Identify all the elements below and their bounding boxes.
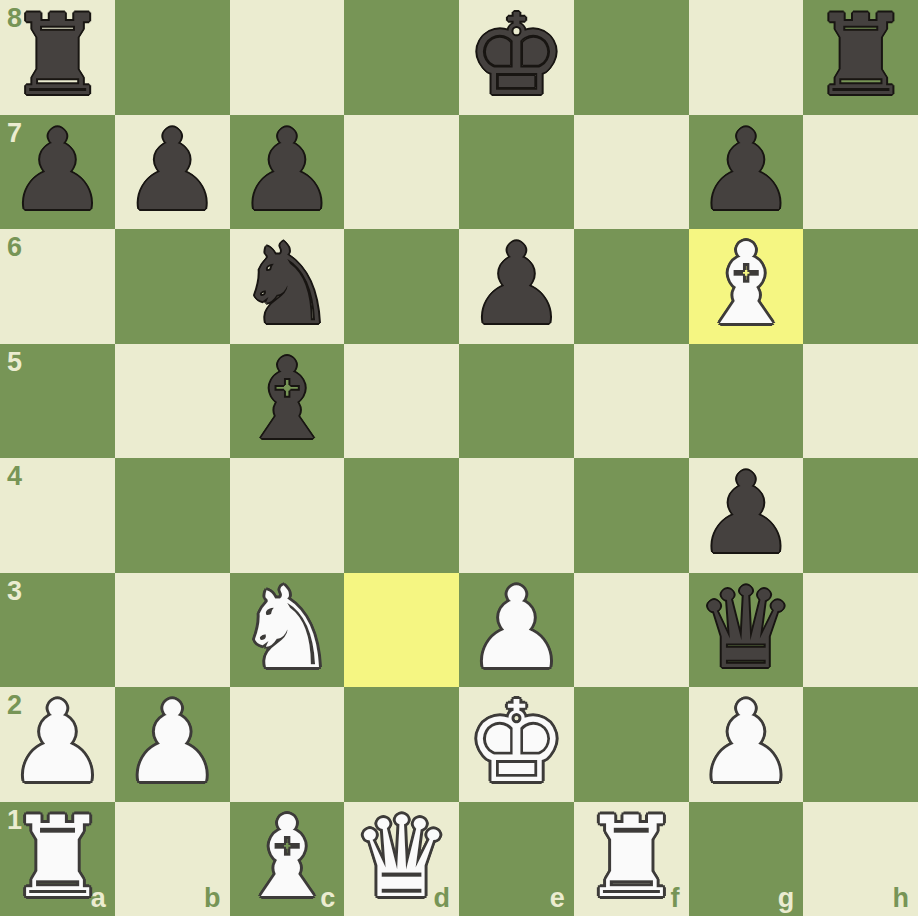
- square-g1[interactable]: g: [689, 802, 804, 916]
- square-d5[interactable]: [344, 344, 459, 459]
- square-a1[interactable]: 1a♜: [0, 802, 115, 916]
- square-b2[interactable]: ♟: [115, 687, 230, 802]
- square-b6[interactable]: [115, 229, 230, 344]
- square-e7[interactable]: [459, 115, 574, 230]
- square-h2[interactable]: [803, 687, 918, 802]
- square-a3[interactable]: 3: [0, 573, 115, 688]
- white-knight-c3[interactable]: ♞: [237, 572, 337, 684]
- square-a8[interactable]: 8♜: [0, 0, 115, 115]
- square-c7[interactable]: ♟: [230, 115, 345, 230]
- black-pawn-a7[interactable]: ♟: [7, 114, 107, 226]
- black-pawn-g7[interactable]: ♟: [696, 114, 796, 226]
- rank-label-6: 6: [7, 234, 22, 261]
- square-h3[interactable]: [803, 573, 918, 688]
- square-g8[interactable]: [689, 0, 804, 115]
- black-pawn-g4[interactable]: ♟: [696, 457, 796, 569]
- square-d7[interactable]: [344, 115, 459, 230]
- black-knight-c6[interactable]: ♞: [237, 228, 337, 340]
- black-queen-g3[interactable]: ♛: [696, 572, 796, 684]
- square-c5[interactable]: ♝: [230, 344, 345, 459]
- square-a7[interactable]: 7♟: [0, 115, 115, 230]
- white-queen-d1[interactable]: ♛: [351, 801, 451, 913]
- file-label-g: g: [778, 885, 795, 912]
- file-label-h: h: [893, 885, 910, 912]
- square-a2[interactable]: 2♟: [0, 687, 115, 802]
- square-b7[interactable]: ♟: [115, 115, 230, 230]
- square-d1[interactable]: d♛: [344, 802, 459, 916]
- square-c6[interactable]: ♞: [230, 229, 345, 344]
- square-f4[interactable]: [574, 458, 689, 573]
- square-h5[interactable]: [803, 344, 918, 459]
- square-c8[interactable]: [230, 0, 345, 115]
- square-g6[interactable]: ♝: [689, 229, 804, 344]
- square-d6[interactable]: [344, 229, 459, 344]
- square-h4[interactable]: [803, 458, 918, 573]
- square-e4[interactable]: [459, 458, 574, 573]
- square-e5[interactable]: [459, 344, 574, 459]
- black-pawn-e6[interactable]: ♟: [466, 228, 566, 340]
- square-f6[interactable]: [574, 229, 689, 344]
- white-rook-f1[interactable]: ♜: [581, 801, 681, 913]
- square-d2[interactable]: [344, 687, 459, 802]
- white-pawn-e3[interactable]: ♟: [466, 572, 566, 684]
- square-c2[interactable]: [230, 687, 345, 802]
- white-pawn-a2[interactable]: ♟: [7, 686, 107, 798]
- square-e8[interactable]: ♚: [459, 0, 574, 115]
- square-f2[interactable]: [574, 687, 689, 802]
- black-rook-h8[interactable]: ♜: [810, 0, 910, 111]
- square-f1[interactable]: f♜: [574, 802, 689, 916]
- white-king-e2[interactable]: ♚: [466, 686, 566, 798]
- black-rook-a8[interactable]: ♜: [7, 0, 107, 111]
- black-king-e8[interactable]: ♚: [466, 0, 566, 111]
- square-b1[interactable]: b: [115, 802, 230, 916]
- square-f7[interactable]: [574, 115, 689, 230]
- square-b3[interactable]: [115, 573, 230, 688]
- square-d4[interactable]: [344, 458, 459, 573]
- rank-label-4: 4: [7, 463, 22, 490]
- file-label-e: e: [550, 885, 565, 912]
- square-e6[interactable]: ♟: [459, 229, 574, 344]
- black-pawn-c7[interactable]: ♟: [237, 114, 337, 226]
- square-a6[interactable]: 6: [0, 229, 115, 344]
- square-g2[interactable]: ♟: [689, 687, 804, 802]
- chess-board: 8♜♚♜7♟♟♟♟6♞♟♝5♝4♟3♞♟♛2♟♟♚♟1a♜bc♝d♛ef♜gh: [0, 0, 918, 916]
- square-g5[interactable]: [689, 344, 804, 459]
- square-c1[interactable]: c♝: [230, 802, 345, 916]
- square-h1[interactable]: h: [803, 802, 918, 916]
- square-f3[interactable]: [574, 573, 689, 688]
- white-bishop-c1[interactable]: ♝: [237, 801, 337, 913]
- white-rook-a1[interactable]: ♜: [7, 801, 107, 913]
- square-c3[interactable]: ♞: [230, 573, 345, 688]
- square-e3[interactable]: ♟: [459, 573, 574, 688]
- file-label-b: b: [204, 885, 221, 912]
- square-a5[interactable]: 5: [0, 344, 115, 459]
- square-g7[interactable]: ♟: [689, 115, 804, 230]
- white-pawn-g2[interactable]: ♟: [696, 686, 796, 798]
- square-h8[interactable]: ♜: [803, 0, 918, 115]
- square-g3[interactable]: ♛: [689, 573, 804, 688]
- square-d3[interactable]: [344, 573, 459, 688]
- square-c4[interactable]: [230, 458, 345, 573]
- square-b4[interactable]: [115, 458, 230, 573]
- white-bishop-g6[interactable]: ♝: [696, 228, 796, 340]
- square-f5[interactable]: [574, 344, 689, 459]
- square-g4[interactable]: ♟: [689, 458, 804, 573]
- black-pawn-b7[interactable]: ♟: [122, 114, 222, 226]
- square-b8[interactable]: [115, 0, 230, 115]
- square-h7[interactable]: [803, 115, 918, 230]
- square-a4[interactable]: 4: [0, 458, 115, 573]
- square-f8[interactable]: [574, 0, 689, 115]
- black-bishop-c5[interactable]: ♝: [237, 343, 337, 455]
- square-e1[interactable]: e: [459, 802, 574, 916]
- square-b5[interactable]: [115, 344, 230, 459]
- rank-label-5: 5: [7, 349, 22, 376]
- square-h6[interactable]: [803, 229, 918, 344]
- rank-label-3: 3: [7, 578, 22, 605]
- square-e2[interactable]: ♚: [459, 687, 574, 802]
- square-d8[interactable]: [344, 0, 459, 115]
- white-pawn-b2[interactable]: ♟: [122, 686, 222, 798]
